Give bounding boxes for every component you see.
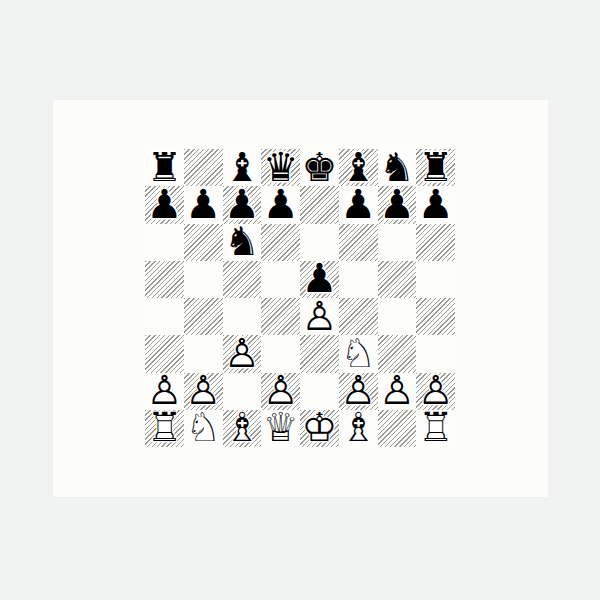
- black-pawn-glyph: ♟: [185, 184, 221, 224]
- white-rook-glyph: ♖: [146, 408, 182, 448]
- square-d6: [261, 224, 300, 261]
- piece-black-pawn-a7: ♟♟: [145, 186, 184, 223]
- art-print-canvas[interactable]: ♜♜♝♝♛♛♚♚♝♝♞♞♜♜♟♟♟♟♟♟♟♟♟♟♟♟♟♟♞♞♟♟♟♙♟♙♞♘♟♙…: [53, 100, 548, 497]
- white-rook-glyph: ♖: [418, 408, 454, 448]
- piece-white-king-e1: ♚♔: [300, 410, 339, 447]
- square-b5: [184, 261, 223, 298]
- square-b1: ♞♘: [184, 410, 223, 447]
- square-b7: ♟♟: [184, 186, 223, 223]
- white-pawn-glyph: ♙: [301, 296, 337, 336]
- piece-black-king-e8: ♚♚: [300, 149, 339, 186]
- piece-black-pawn-d7: ♟♟: [261, 186, 300, 223]
- piece-white-rook-h1: ♜♖: [416, 410, 455, 447]
- square-c1: ♝♗: [223, 410, 262, 447]
- chess-board: ♜♜♝♝♛♛♚♚♝♝♞♞♜♜♟♟♟♟♟♟♟♟♟♟♟♟♟♟♞♞♟♟♟♙♟♙♞♘♟♙…: [145, 149, 455, 447]
- square-h7: ♟♟: [416, 186, 455, 223]
- square-d5: [261, 261, 300, 298]
- square-f6: [339, 224, 378, 261]
- white-pawn-glyph: ♙: [379, 370, 415, 410]
- black-pawn-glyph: ♟: [340, 184, 376, 224]
- piece-white-bishop-f1: ♝♗: [339, 410, 378, 447]
- square-b4: [184, 298, 223, 335]
- white-king-glyph: ♔: [301, 408, 337, 448]
- black-pawn-glyph: ♟: [418, 184, 454, 224]
- white-pawn-glyph: ♙: [224, 333, 260, 373]
- piece-white-pawn-c3: ♟♙: [223, 335, 262, 372]
- piece-white-bishop-c1: ♝♗: [223, 410, 262, 447]
- square-c5: [223, 261, 262, 298]
- black-pawn-glyph: ♟: [263, 184, 299, 224]
- white-bishop-glyph: ♗: [340, 408, 376, 448]
- black-knight-glyph: ♞: [224, 221, 260, 261]
- square-d4: [261, 298, 300, 335]
- square-c6: ♞♞: [223, 224, 262, 261]
- piece-black-pawn-h7: ♟♟: [416, 186, 455, 223]
- square-h4: [416, 298, 455, 335]
- square-g4: [378, 298, 417, 335]
- square-a4: [145, 298, 184, 335]
- square-e3: [300, 335, 339, 372]
- square-g2: ♟♙: [378, 373, 417, 410]
- square-g6: [378, 224, 417, 261]
- piece-white-pawn-g2: ♟♙: [378, 373, 417, 410]
- square-d1: ♛♕: [261, 410, 300, 447]
- square-a5: [145, 261, 184, 298]
- square-b6: [184, 224, 223, 261]
- piece-black-pawn-g7: ♟♟: [378, 186, 417, 223]
- square-e7: [300, 186, 339, 223]
- square-e4: ♟♙: [300, 298, 339, 335]
- white-knight-glyph: ♘: [185, 408, 221, 448]
- piece-white-knight-b1: ♞♘: [184, 410, 223, 447]
- square-g5: [378, 261, 417, 298]
- square-a6: [145, 224, 184, 261]
- square-g1: [378, 410, 417, 447]
- black-king-glyph: ♚: [301, 147, 337, 187]
- piece-white-queen-d1: ♛♕: [261, 410, 300, 447]
- square-h1: ♜♖: [416, 410, 455, 447]
- square-g7: ♟♟: [378, 186, 417, 223]
- page-background: ♜♜♝♝♛♛♚♚♝♝♞♞♜♜♟♟♟♟♟♟♟♟♟♟♟♟♟♟♞♞♟♟♟♙♟♙♞♘♟♙…: [0, 0, 600, 600]
- square-a1: ♜♖: [145, 410, 184, 447]
- white-queen-glyph: ♕: [263, 408, 299, 448]
- black-pawn-glyph: ♟: [379, 184, 415, 224]
- square-f7: ♟♟: [339, 186, 378, 223]
- black-pawn-glyph: ♟: [146, 184, 182, 224]
- piece-white-pawn-e4: ♟♙: [300, 298, 339, 335]
- piece-black-pawn-f7: ♟♟: [339, 186, 378, 223]
- square-d7: ♟♟: [261, 186, 300, 223]
- square-a7: ♟♟: [145, 186, 184, 223]
- square-h6: [416, 224, 455, 261]
- square-h5: [416, 261, 455, 298]
- square-f1: ♝♗: [339, 410, 378, 447]
- square-c3: ♟♙: [223, 335, 262, 372]
- square-e1: ♚♔: [300, 410, 339, 447]
- square-e8: ♚♚: [300, 149, 339, 186]
- piece-black-knight-c6: ♞♞: [223, 224, 262, 261]
- square-f5: [339, 261, 378, 298]
- piece-white-rook-a1: ♜♖: [145, 410, 184, 447]
- piece-black-pawn-b7: ♟♟: [184, 186, 223, 223]
- white-bishop-glyph: ♗: [224, 408, 260, 448]
